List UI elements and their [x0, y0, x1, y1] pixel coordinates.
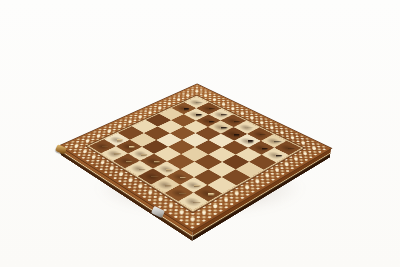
board-top-face: ♜♞♝♛♚♝♞♜♟♟♟♟♟♟♟♟♟♟♟♟♟♟♟♟♜♞♝♛♚♝♞♜: [60, 84, 331, 231]
chess-board: ♜♞♝♛♚♝♞♜♟♟♟♟♟♟♟♟♟♟♟♟♟♟♟♟♜♞♝♛♚♝♞♜: [60, 84, 331, 231]
board-scene: ♜♞♝♛♚♝♞♜♟♟♟♟♟♟♟♟♟♟♟♟♟♟♟♟♜♞♝♛♚♝♞♜: [99, 51, 291, 243]
piece-glyph: ♟: [267, 141, 283, 159]
piece-glyph: ♜: [183, 183, 204, 206]
photo-backdrop: ♜♞♝♛♚♝♞♜♟♟♟♟♟♟♟♟♟♟♟♟♟♟♟♟♜♞♝♛♚♝♞♜: [0, 0, 400, 267]
